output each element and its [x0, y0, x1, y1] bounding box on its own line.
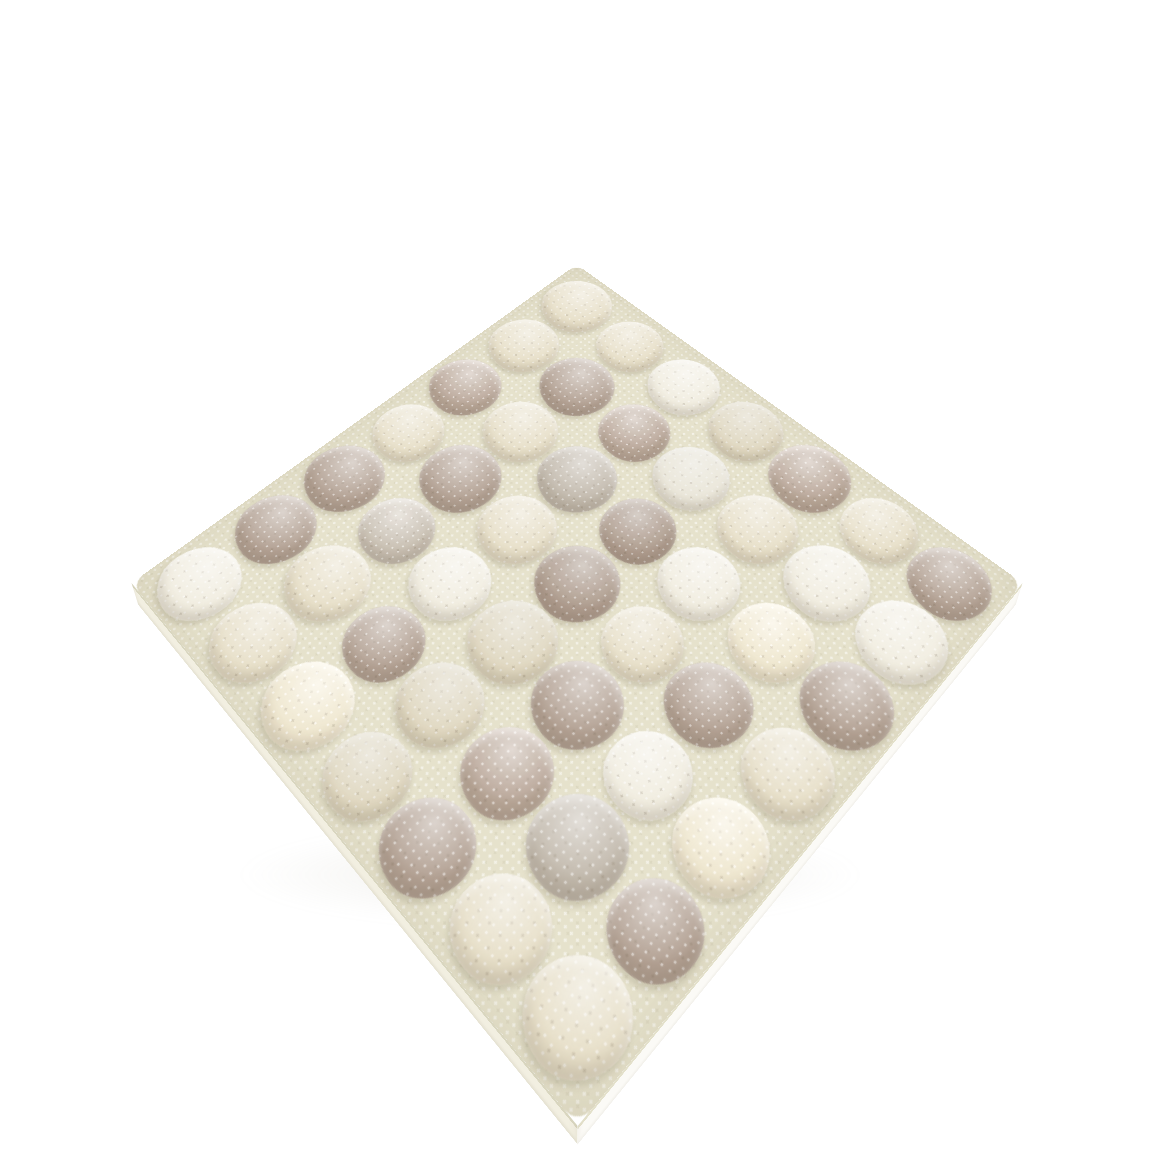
perspective-wrapper	[0, 0, 1150, 1150]
mosaic-tile	[132, 265, 1023, 1126]
photo-canvas	[0, 0, 1150, 1150]
